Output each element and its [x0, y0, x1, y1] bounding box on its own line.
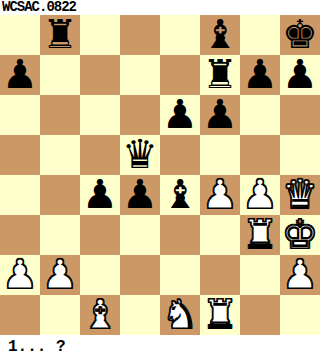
- square-d8[interactable]: [120, 15, 160, 55]
- square-f8[interactable]: ♝: [200, 15, 240, 55]
- square-g2[interactable]: [240, 255, 280, 295]
- piece-black-pawn-d4[interactable]: ♟: [122, 175, 158, 214]
- square-d6[interactable]: [120, 95, 160, 135]
- square-h6[interactable]: [280, 95, 320, 135]
- square-b6[interactable]: [40, 95, 80, 135]
- square-c6[interactable]: [80, 95, 120, 135]
- piece-black-pawn-g7[interactable]: ♟: [242, 55, 278, 94]
- piece-white-knight-e1[interactable]: ♞: [162, 295, 198, 334]
- square-a2[interactable]: ♟: [0, 255, 40, 295]
- square-a3[interactable]: [0, 215, 40, 255]
- square-a4[interactable]: [0, 175, 40, 215]
- square-h2[interactable]: ♟: [280, 255, 320, 295]
- square-b3[interactable]: [40, 215, 80, 255]
- square-d5[interactable]: ♛: [120, 135, 160, 175]
- square-e5[interactable]: [160, 135, 200, 175]
- piece-white-pawn-b2[interactable]: ♟: [42, 255, 78, 294]
- page-title: WCSAC.0822: [0, 0, 320, 15]
- square-e2[interactable]: [160, 255, 200, 295]
- square-d7[interactable]: [120, 55, 160, 95]
- square-g7[interactable]: ♟: [240, 55, 280, 95]
- square-d2[interactable]: [120, 255, 160, 295]
- square-h5[interactable]: [280, 135, 320, 175]
- square-g3[interactable]: ♜: [240, 215, 280, 255]
- square-e1[interactable]: ♞: [160, 295, 200, 335]
- square-f3[interactable]: [200, 215, 240, 255]
- square-f1[interactable]: ♜: [200, 295, 240, 335]
- square-h3[interactable]: ♚: [280, 215, 320, 255]
- square-c4[interactable]: ♟: [80, 175, 120, 215]
- square-g4[interactable]: ♟: [240, 175, 280, 215]
- square-b2[interactable]: ♟: [40, 255, 80, 295]
- square-b4[interactable]: [40, 175, 80, 215]
- square-f5[interactable]: [200, 135, 240, 175]
- square-c2[interactable]: [80, 255, 120, 295]
- square-e7[interactable]: [160, 55, 200, 95]
- piece-black-bishop-e4[interactable]: ♝: [162, 175, 198, 214]
- piece-white-queen-h4[interactable]: ♛: [282, 175, 318, 214]
- square-c7[interactable]: [80, 55, 120, 95]
- square-e4[interactable]: ♝: [160, 175, 200, 215]
- piece-white-rook-g3[interactable]: ♜: [242, 215, 278, 254]
- piece-black-rook-f7[interactable]: ♜: [202, 55, 238, 94]
- piece-black-rook-b8[interactable]: ♜: [42, 15, 78, 54]
- square-f7[interactable]: ♜: [200, 55, 240, 95]
- square-d3[interactable]: [120, 215, 160, 255]
- square-a7[interactable]: ♟: [0, 55, 40, 95]
- square-c8[interactable]: [80, 15, 120, 55]
- square-g8[interactable]: [240, 15, 280, 55]
- move-prompt: 1... ?: [0, 335, 320, 360]
- square-h7[interactable]: ♟: [280, 55, 320, 95]
- square-e3[interactable]: [160, 215, 200, 255]
- piece-white-bishop-c1[interactable]: ♝: [82, 295, 118, 334]
- piece-black-bishop-f8[interactable]: ♝: [202, 15, 238, 54]
- square-c1[interactable]: ♝: [80, 295, 120, 335]
- square-c5[interactable]: [80, 135, 120, 175]
- square-b5[interactable]: [40, 135, 80, 175]
- square-d1[interactable]: [120, 295, 160, 335]
- square-b7[interactable]: [40, 55, 80, 95]
- piece-black-queen-d5[interactable]: ♛: [122, 135, 158, 174]
- piece-black-pawn-f6[interactable]: ♟: [202, 95, 238, 134]
- square-g1[interactable]: [240, 295, 280, 335]
- square-e8[interactable]: [160, 15, 200, 55]
- piece-white-pawn-f4[interactable]: ♟: [202, 175, 238, 214]
- square-f4[interactable]: ♟: [200, 175, 240, 215]
- square-b1[interactable]: [40, 295, 80, 335]
- square-a5[interactable]: [0, 135, 40, 175]
- square-f2[interactable]: [200, 255, 240, 295]
- piece-black-pawn-e6[interactable]: ♟: [162, 95, 198, 134]
- square-g6[interactable]: [240, 95, 280, 135]
- piece-black-pawn-c4[interactable]: ♟: [82, 175, 118, 214]
- square-a8[interactable]: [0, 15, 40, 55]
- piece-black-pawn-a7[interactable]: ♟: [2, 55, 38, 94]
- square-a6[interactable]: [0, 95, 40, 135]
- square-g5[interactable]: [240, 135, 280, 175]
- square-h1[interactable]: [280, 295, 320, 335]
- piece-white-pawn-a2[interactable]: ♟: [2, 255, 38, 294]
- piece-black-pawn-h7[interactable]: ♟: [282, 55, 318, 94]
- piece-black-king-h8[interactable]: ♚: [282, 15, 318, 54]
- square-a1[interactable]: [0, 295, 40, 335]
- square-d4[interactable]: ♟: [120, 175, 160, 215]
- square-h4[interactable]: ♛: [280, 175, 320, 215]
- piece-white-pawn-g4[interactable]: ♟: [242, 175, 278, 214]
- piece-white-rook-f1[interactable]: ♜: [202, 295, 238, 334]
- chess-board: ♜♝♚♟♜♟♟♟♟♛♟♟♝♟♟♛♜♚♟♟♟♝♞♜: [0, 15, 320, 335]
- chess-puzzle-window: WCSAC.0822 ♜♝♚♟♜♟♟♟♟♛♟♟♝♟♟♛♜♚♟♟♟♝♞♜ 1...…: [0, 0, 320, 360]
- square-f6[interactable]: ♟: [200, 95, 240, 135]
- square-h8[interactable]: ♚: [280, 15, 320, 55]
- piece-white-king-h3[interactable]: ♚: [282, 215, 318, 254]
- square-b8[interactable]: ♜: [40, 15, 80, 55]
- piece-white-pawn-h2[interactable]: ♟: [282, 255, 318, 294]
- square-c3[interactable]: [80, 215, 120, 255]
- square-e6[interactable]: ♟: [160, 95, 200, 135]
